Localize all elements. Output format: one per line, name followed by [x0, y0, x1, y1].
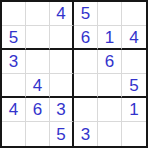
cell-r6c3-given[interactable]: 5: [50, 122, 74, 146]
cell-r1c2-empty[interactable]: [26, 2, 50, 26]
cell-r4c2-given[interactable]: 4: [26, 74, 50, 98]
cell-r5c4-empty[interactable]: [74, 98, 98, 122]
cell-r4c6-given[interactable]: 5: [122, 74, 146, 98]
cell-r2c2-empty[interactable]: [26, 26, 50, 50]
cell-r3c3-empty[interactable]: [50, 50, 74, 74]
cell-r3c5-given[interactable]: 6: [98, 50, 122, 74]
cell-r4c4-empty[interactable]: [74, 74, 98, 98]
sudoku-board: 4556143645463153: [0, 0, 148, 148]
cell-r6c5-empty[interactable]: [98, 122, 122, 146]
cell-r1c3-given[interactable]: 4: [50, 2, 74, 26]
cell-r6c4-given[interactable]: 3: [74, 122, 98, 146]
cell-r1c1-empty[interactable]: [2, 2, 26, 26]
cell-r3c2-empty[interactable]: [26, 50, 50, 74]
cell-r3c6-empty[interactable]: [122, 50, 146, 74]
cell-r4c3-empty[interactable]: [50, 74, 74, 98]
cell-r2c3-empty[interactable]: [50, 26, 74, 50]
cell-r6c2-empty[interactable]: [26, 122, 50, 146]
cell-r6c6-empty[interactable]: [122, 122, 146, 146]
cell-r1c5-empty[interactable]: [98, 2, 122, 26]
cell-r2c5-given[interactable]: 1: [98, 26, 122, 50]
cell-r5c5-empty[interactable]: [98, 98, 122, 122]
cell-r2c4-given[interactable]: 6: [74, 26, 98, 50]
cell-r5c1-given[interactable]: 4: [2, 98, 26, 122]
cell-r3c1-given[interactable]: 3: [2, 50, 26, 74]
cell-r5c3-given[interactable]: 3: [50, 98, 74, 122]
cell-r1c6-empty[interactable]: [122, 2, 146, 26]
cell-r2c6-given[interactable]: 4: [122, 26, 146, 50]
cell-r3c4-empty[interactable]: [74, 50, 98, 74]
cell-r4c1-empty[interactable]: [2, 74, 26, 98]
cell-r2c1-given[interactable]: 5: [2, 26, 26, 50]
cell-r1c4-given[interactable]: 5: [74, 2, 98, 26]
cell-r4c5-empty[interactable]: [98, 74, 122, 98]
cell-r5c2-given[interactable]: 6: [26, 98, 50, 122]
cell-r5c6-given[interactable]: 1: [122, 98, 146, 122]
cell-r6c1-empty[interactable]: [2, 122, 26, 146]
